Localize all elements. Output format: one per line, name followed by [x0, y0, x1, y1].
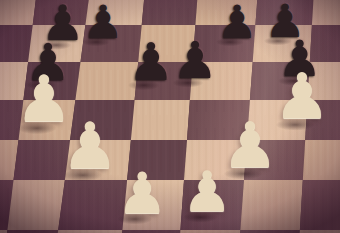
wood-grain: [303, 140, 340, 180]
chessboard-photo: ♟♟♟♟♟♟♟♟♟♟♟♟♟♟: [0, 0, 340, 233]
wood-grain: [75, 62, 138, 100]
wood-grain: [305, 100, 340, 140]
wood-grain: [300, 180, 340, 230]
wood-grain: [187, 100, 250, 140]
wood-grain: [131, 100, 190, 140]
wood-grain: [255, 0, 314, 25]
wood-grain: [184, 140, 247, 180]
wood-grain: [81, 25, 142, 62]
wood-grain: [250, 62, 310, 100]
wood-grain: [118, 230, 180, 233]
wood-grain: [7, 180, 65, 230]
wood-grain: [85, 0, 145, 25]
wood-grain: [52, 230, 123, 233]
wood-grain: [122, 180, 184, 230]
wood-grain: [33, 0, 90, 25]
wood-grain: [308, 62, 340, 100]
wood-grain: [0, 0, 37, 25]
wood-grain: [237, 230, 300, 233]
wood-grain: [0, 62, 28, 100]
wood-grain: [195, 0, 258, 25]
wood-grain: [19, 100, 76, 140]
wood-grain: [312, 0, 340, 25]
wood-grain: [247, 100, 308, 140]
chess-board: [0, 0, 340, 233]
wood-grain: [23, 62, 80, 100]
wood-grain: [190, 62, 253, 100]
wood-grain: [1, 230, 58, 233]
wood-grain: [297, 230, 340, 233]
wood-grain: [0, 230, 7, 233]
wood-grain: [253, 25, 312, 62]
wood-grain: [65, 140, 131, 180]
wood-grain: [138, 25, 195, 62]
wood-grain: [310, 25, 340, 62]
wood-grain: [193, 25, 256, 62]
wood-grain: [135, 62, 193, 100]
wood-grain: [244, 140, 305, 180]
wood-grain: [240, 180, 302, 230]
wood-grain: [14, 140, 71, 180]
wood-grain: [180, 180, 244, 230]
wood-grain: [70, 100, 135, 140]
wood-grain: [177, 230, 241, 233]
wood-grain: [28, 25, 85, 62]
wood-grain: [58, 180, 127, 230]
wood-grain: [142, 0, 198, 25]
wood-grain: [127, 140, 187, 180]
wood-grain: [0, 25, 33, 62]
